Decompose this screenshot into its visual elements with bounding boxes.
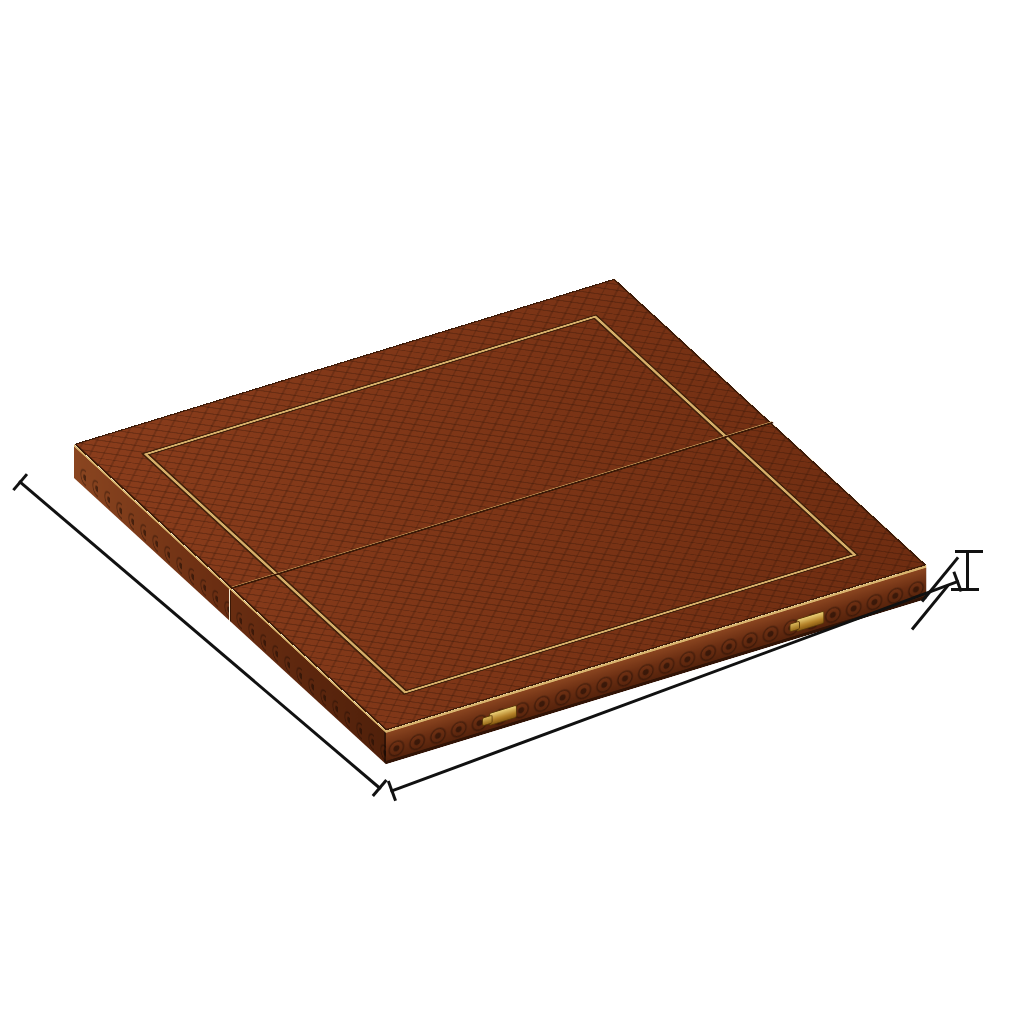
brass-latch-icon [489, 705, 517, 726]
chess-board-3d [74, 279, 926, 731]
board-top-face [74, 279, 926, 731]
thickness-connector [966, 550, 969, 591]
fold-seam-side [229, 589, 231, 622]
thickness-tick-top [955, 550, 983, 553]
product-photo-stage [0, 0, 1024, 1024]
brass-latch-icon [797, 611, 825, 632]
thickness-tick-bottom [951, 588, 979, 591]
